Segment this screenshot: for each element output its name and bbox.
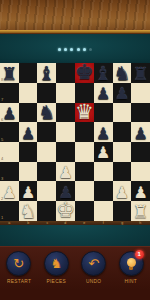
rank-label-8: 8 <box>1 78 3 82</box>
square-h5[interactable]: ♟ <box>131 122 150 142</box>
square-b6[interactable] <box>19 103 38 123</box>
black-pawn: ♟ <box>58 186 72 200</box>
square-a1[interactable]: 1 <box>0 201 19 221</box>
rank-label-5: 5 <box>1 138 3 142</box>
undo-button-circle[interactable]: ↶ <box>81 251 106 276</box>
ai-progress-dot <box>83 48 86 51</box>
square-g5[interactable] <box>113 122 132 142</box>
square-g6[interactable] <box>113 103 132 123</box>
square-f8[interactable]: ♝ <box>94 63 113 83</box>
square-d7[interactable] <box>56 83 75 103</box>
black-pawn: ♟ <box>96 127 110 141</box>
black-king: ♚ <box>75 63 94 82</box>
square-h8[interactable]: ♜ <box>131 63 150 83</box>
square-b1[interactable]: ♞ <box>19 201 38 221</box>
square-b7[interactable] <box>19 83 38 103</box>
square-h7[interactable] <box>131 83 150 103</box>
square-e4[interactable] <box>75 142 94 162</box>
ai-progress-dot <box>64 48 67 51</box>
file-label-e: e <box>79 222 90 224</box>
square-d5[interactable] <box>56 122 75 142</box>
ai-progress-dot <box>89 48 92 51</box>
chess-piece-icon: ♞ <box>50 257 62 270</box>
square-c6[interactable]: ♞ <box>37 103 56 123</box>
white-pawn: ♟ <box>21 186 35 200</box>
square-b8[interactable] <box>19 63 38 83</box>
square-c5[interactable] <box>37 122 56 142</box>
square-f4[interactable]: ♟ <box>94 142 113 162</box>
chess-board: 8♜♝♚♝♞♜7♟♟6♟♞♛5♟♟♟4♟3♟2♟♟♟♟♟1♞♚♜ <box>0 63 150 221</box>
black-bishop: ♝ <box>38 65 55 82</box>
rank-label-7: 7 <box>1 98 3 102</box>
black-pawn: ♟ <box>96 87 110 101</box>
square-f7[interactable]: ♟ <box>94 83 113 103</box>
hint-label: HINT <box>125 279 137 284</box>
pieces-button-circle[interactable]: ♞ <box>44 251 69 276</box>
ai-progress-dot <box>77 48 80 51</box>
square-e5[interactable] <box>75 122 94 142</box>
undo-button[interactable]: ↶ UNDO <box>77 251 111 285</box>
square-d1[interactable]: ♚ <box>56 201 75 221</box>
square-e6[interactable]: ♛ <box>75 103 94 123</box>
ai-progress-dot <box>58 48 61 51</box>
file-label-b: b <box>23 222 34 224</box>
restart-label: RESTART <box>7 279 31 284</box>
black-rook: ♜ <box>133 66 149 82</box>
lightbulb-icon <box>127 258 136 267</box>
square-h6[interactable] <box>131 103 150 123</box>
felt-bottom-band <box>0 225 150 246</box>
square-d6[interactable] <box>56 103 75 123</box>
ai-thinking-dots <box>0 46 150 52</box>
square-d3[interactable]: ♟ <box>56 162 75 182</box>
black-pawn: ♟ <box>21 127 35 141</box>
square-g2[interactable]: ♟ <box>113 181 132 201</box>
file-label-g: g <box>116 222 127 224</box>
white-knight: ♞ <box>20 203 37 220</box>
square-d4[interactable] <box>56 142 75 162</box>
white-rook: ♜ <box>133 204 149 220</box>
white-queen: ♛ <box>75 103 94 122</box>
rank-label-4: 4 <box>1 157 3 161</box>
restart-button[interactable]: ↻ RESTART <box>2 251 36 285</box>
rank-label-2: 2 <box>1 197 3 201</box>
file-label-c: c <box>41 222 52 224</box>
white-pawn: ♟ <box>115 186 129 200</box>
wood-header <box>0 0 150 30</box>
rank-label-3: 3 <box>1 177 3 181</box>
pieces-button[interactable]: ♞ PIECES <box>39 251 73 285</box>
undo-arrow-icon: ↶ <box>88 257 99 270</box>
square-e1[interactable] <box>75 201 94 221</box>
pieces-label: PIECES <box>46 279 66 284</box>
square-f1[interactable] <box>94 201 113 221</box>
file-label-h: h <box>135 222 146 224</box>
restart-icon: ↻ <box>13 257 24 270</box>
black-knight: ♞ <box>38 104 55 121</box>
undo-label: UNDO <box>86 279 101 284</box>
square-c7[interactable] <box>37 83 56 103</box>
black-knight: ♞ <box>113 65 130 82</box>
hint-button-circle[interactable]: 1 <box>119 251 144 276</box>
rank-label-6: 6 <box>1 118 3 122</box>
square-e3[interactable] <box>75 162 94 182</box>
square-a7[interactable]: 7 <box>0 83 19 103</box>
file-label-d: d <box>60 222 71 224</box>
square-c8[interactable]: ♝ <box>37 63 56 83</box>
square-h4[interactable] <box>131 142 150 162</box>
square-b2[interactable]: ♟ <box>19 181 38 201</box>
square-c4[interactable] <box>37 142 56 162</box>
square-a8[interactable]: 8♜ <box>0 63 19 83</box>
hint-button[interactable]: 1 HINT <box>114 251 148 285</box>
square-c1[interactable] <box>37 201 56 221</box>
bottom-toolbar: ↻ RESTART ♞ PIECES ↶ UNDO 1 HINT <box>0 246 150 300</box>
square-a6[interactable]: 6♟ <box>0 103 19 123</box>
square-c2[interactable] <box>37 181 56 201</box>
black-rook: ♜ <box>1 66 17 82</box>
square-d8[interactable] <box>56 63 75 83</box>
square-f5[interactable]: ♟ <box>94 122 113 142</box>
square-e8[interactable]: ♚ <box>75 63 94 83</box>
black-pawn: ♟ <box>115 87 129 101</box>
square-e7[interactable] <box>75 83 94 103</box>
square-g3[interactable] <box>113 162 132 182</box>
square-f3[interactable] <box>94 162 113 182</box>
square-f6[interactable] <box>94 103 113 123</box>
restart-button-circle[interactable]: ↻ <box>6 251 31 276</box>
ai-progress-dot <box>70 48 73 51</box>
square-b3[interactable] <box>19 162 38 182</box>
square-a2[interactable]: 2♟ <box>0 181 19 201</box>
square-a5[interactable]: 5 <box>0 122 19 142</box>
square-a3[interactable]: 3 <box>0 162 19 182</box>
rank-label-1: 1 <box>1 216 3 220</box>
black-bishop: ♝ <box>95 65 112 82</box>
square-e2[interactable] <box>75 181 94 201</box>
black-pawn: ♟ <box>2 107 16 121</box>
square-g8[interactable]: ♞ <box>113 63 132 83</box>
square-g7[interactable]: ♟ <box>113 83 132 103</box>
square-b4[interactable] <box>19 142 38 162</box>
white-pawn: ♟ <box>133 186 147 200</box>
square-f2[interactable] <box>94 181 113 201</box>
square-h3[interactable] <box>131 162 150 182</box>
square-g4[interactable] <box>113 142 132 162</box>
square-a4[interactable]: 4 <box>0 142 19 162</box>
file-label-f: f <box>98 222 109 224</box>
white-pawn: ♟ <box>58 166 72 180</box>
square-g1[interactable] <box>113 201 132 221</box>
square-h2[interactable]: ♟ <box>131 181 150 201</box>
square-c3[interactable] <box>37 162 56 182</box>
white-pawn: ♟ <box>2 186 16 200</box>
white-king: ♚ <box>56 201 75 220</box>
hint-badge: 1 <box>135 250 144 259</box>
black-pawn: ♟ <box>133 127 147 141</box>
square-d2[interactable]: ♟ <box>56 181 75 201</box>
square-b5[interactable]: ♟ <box>19 122 38 142</box>
white-pawn: ♟ <box>96 146 110 160</box>
file-label-a: a <box>4 222 15 224</box>
square-h1[interactable]: ♜ <box>131 201 150 221</box>
chess-app: 8♜♝♚♝♞♜7♟♟6♟♞♛5♟♟♟4♟3♟2♟♟♟♟♟1♞♚♜ abcdefg… <box>0 0 150 300</box>
